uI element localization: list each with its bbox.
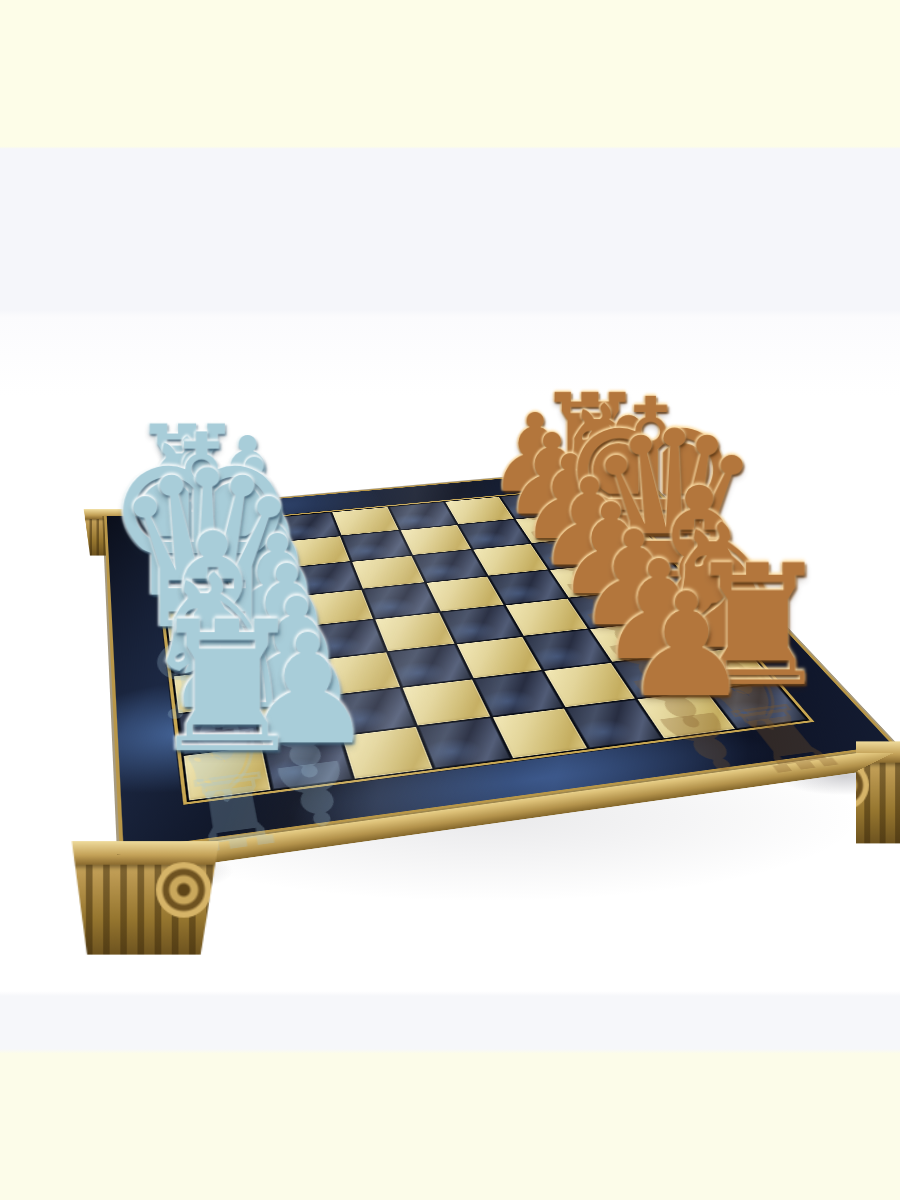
rook-glyph: ♜ xyxy=(145,605,306,771)
piece-black-rook: ♜ xyxy=(68,454,384,770)
pawn-glyph: ♟ xyxy=(621,580,750,712)
pieces-layer: ♜♟♟♜♞♟♟♞♝♟♟♝♚♟♟♚♛♟♟♛♝♟♟♝♞♟♟♞♜♟♟♜ xyxy=(107,467,893,850)
board-foot-front-left xyxy=(69,841,222,955)
piece-white-pawn: ♟ xyxy=(538,416,834,712)
studio-backdrop: ♜♟♟♜♞♟♟♞♝♟♟♝♚♟♟♚♛♟♟♛♝♟♟♝♞♟♟♞♜♟♟♜ ♜♟♟♜♞♟♟… xyxy=(0,0,900,1200)
scene-perspective: ♜♟♟♜♞♟♟♞♝♟♟♝♚♟♟♚♛♟♟♛♝♟♟♝♞♟♟♞♜♟♟♜ ♜♟♟♜♞♟♟… xyxy=(0,0,900,1200)
chess-board: ♜♟♟♜♞♟♟♞♝♟♟♝♚♟♟♚♛♟♟♛♝♟♟♝♞♟♟♞♜♟♟♜ ♜♟♟♜♞♟♟… xyxy=(107,467,893,850)
